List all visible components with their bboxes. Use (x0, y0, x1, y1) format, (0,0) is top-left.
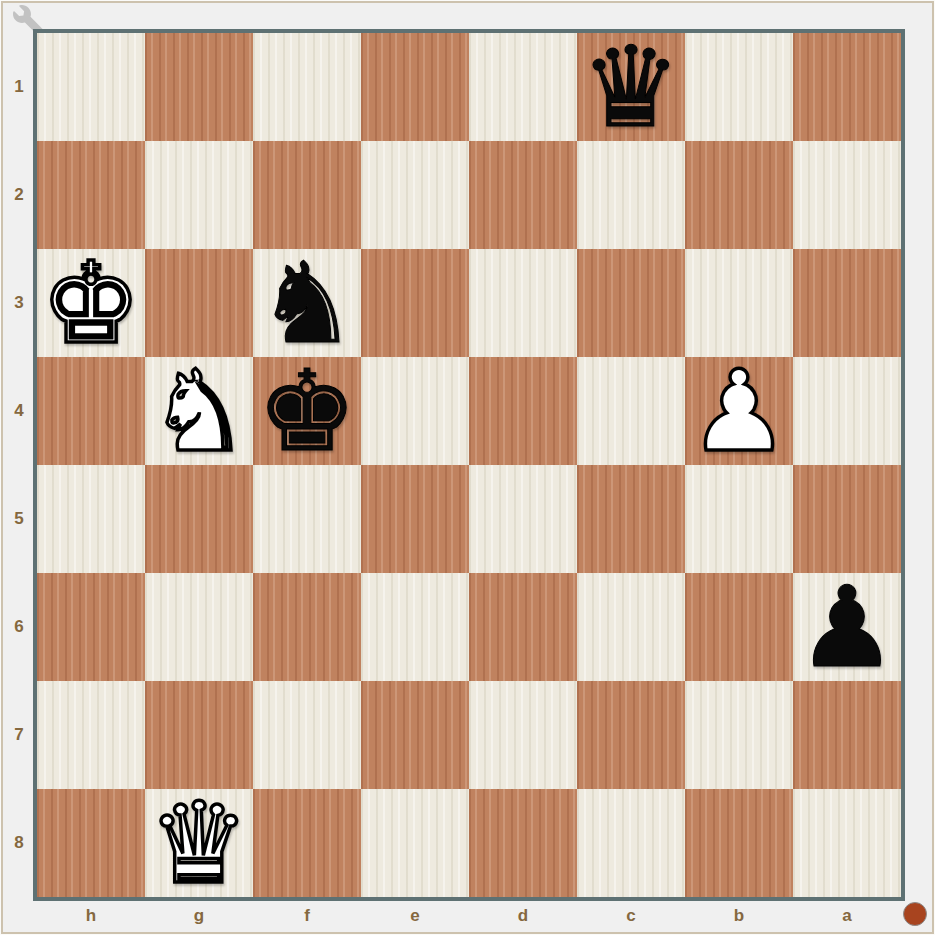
chess-app-window: ♛♚♞♞♚♟♟♛ 12345678 hgfedcba (0, 0, 935, 935)
square-g3[interactable] (145, 249, 253, 357)
square-c3[interactable] (577, 249, 685, 357)
square-h2[interactable] (37, 141, 145, 249)
square-f2[interactable] (253, 141, 361, 249)
square-h5[interactable] (37, 465, 145, 573)
square-f8[interactable] (253, 789, 361, 897)
file-label-g: g (145, 901, 253, 933)
square-a3[interactable] (793, 249, 901, 357)
square-g1[interactable] (145, 33, 253, 141)
square-d1[interactable] (469, 33, 577, 141)
square-g6[interactable] (145, 573, 253, 681)
square-g4[interactable]: ♞ (145, 357, 253, 465)
white-queen-g8[interactable]: ♛ (149, 789, 249, 897)
square-f1[interactable] (253, 33, 361, 141)
square-c7[interactable] (577, 681, 685, 789)
square-f4[interactable]: ♚ (253, 357, 361, 465)
square-h3[interactable]: ♚ (37, 249, 145, 357)
rank-label-4: 4 (6, 357, 32, 465)
square-h7[interactable] (37, 681, 145, 789)
square-h1[interactable] (37, 33, 145, 141)
square-a4[interactable] (793, 357, 901, 465)
file-label-e: e (361, 901, 469, 933)
black-knight-f3[interactable]: ♞ (257, 249, 357, 357)
square-e2[interactable] (361, 141, 469, 249)
square-b8[interactable] (685, 789, 793, 897)
file-label-a: a (793, 901, 901, 933)
file-label-d: d (469, 901, 577, 933)
square-d2[interactable] (469, 141, 577, 249)
file-label-c: c (577, 901, 685, 933)
square-g8[interactable]: ♛ (145, 789, 253, 897)
white-knight-g4[interactable]: ♞ (149, 357, 249, 465)
square-d8[interactable] (469, 789, 577, 897)
square-f7[interactable] (253, 681, 361, 789)
square-e4[interactable] (361, 357, 469, 465)
black-king-f4[interactable]: ♚ (257, 357, 357, 465)
square-a1[interactable] (793, 33, 901, 141)
square-f5[interactable] (253, 465, 361, 573)
rank-label-5: 5 (6, 465, 32, 573)
square-d7[interactable] (469, 681, 577, 789)
square-g2[interactable] (145, 141, 253, 249)
square-h4[interactable] (37, 357, 145, 465)
rank-label-8: 8 (6, 789, 32, 897)
square-c5[interactable] (577, 465, 685, 573)
square-f6[interactable] (253, 573, 361, 681)
square-c2[interactable] (577, 141, 685, 249)
square-a6[interactable]: ♟ (793, 573, 901, 681)
rank-label-3: 3 (6, 249, 32, 357)
white-pawn-b4[interactable]: ♟ (689, 357, 789, 465)
square-c1[interactable]: ♛ (577, 33, 685, 141)
square-e7[interactable] (361, 681, 469, 789)
chess-board[interactable]: ♛♚♞♞♚♟♟♛ (37, 33, 901, 897)
white-king-h3[interactable]: ♚ (41, 249, 141, 357)
square-h6[interactable] (37, 573, 145, 681)
file-label-f: f (253, 901, 361, 933)
square-e8[interactable] (361, 789, 469, 897)
square-b5[interactable] (685, 465, 793, 573)
rank-label-1: 1 (6, 33, 32, 141)
square-d5[interactable] (469, 465, 577, 573)
square-e1[interactable] (361, 33, 469, 141)
square-b2[interactable] (685, 141, 793, 249)
square-f3[interactable]: ♞ (253, 249, 361, 357)
board-border: ♛♚♞♞♚♟♟♛ (33, 29, 905, 901)
square-a7[interactable] (793, 681, 901, 789)
square-c4[interactable] (577, 357, 685, 465)
square-e6[interactable] (361, 573, 469, 681)
square-b4[interactable]: ♟ (685, 357, 793, 465)
side-to-move-indicator (903, 902, 927, 926)
square-c8[interactable] (577, 789, 685, 897)
square-b1[interactable] (685, 33, 793, 141)
file-label-b: b (685, 901, 793, 933)
square-h8[interactable] (37, 789, 145, 897)
square-a5[interactable] (793, 465, 901, 573)
square-a2[interactable] (793, 141, 901, 249)
square-b7[interactable] (685, 681, 793, 789)
square-c6[interactable] (577, 573, 685, 681)
square-a8[interactable] (793, 789, 901, 897)
square-d4[interactable] (469, 357, 577, 465)
square-g7[interactable] (145, 681, 253, 789)
rank-label-7: 7 (6, 681, 32, 789)
square-d6[interactable] (469, 573, 577, 681)
rank-label-6: 6 (6, 573, 32, 681)
square-b6[interactable] (685, 573, 793, 681)
square-b3[interactable] (685, 249, 793, 357)
rank-label-2: 2 (6, 141, 32, 249)
square-g5[interactable] (145, 465, 253, 573)
black-pawn-a6[interactable]: ♟ (797, 573, 897, 681)
square-d3[interactable] (469, 249, 577, 357)
file-label-h: h (37, 901, 145, 933)
square-e3[interactable] (361, 249, 469, 357)
square-e5[interactable] (361, 465, 469, 573)
black-queen-c1[interactable]: ♛ (581, 33, 681, 141)
